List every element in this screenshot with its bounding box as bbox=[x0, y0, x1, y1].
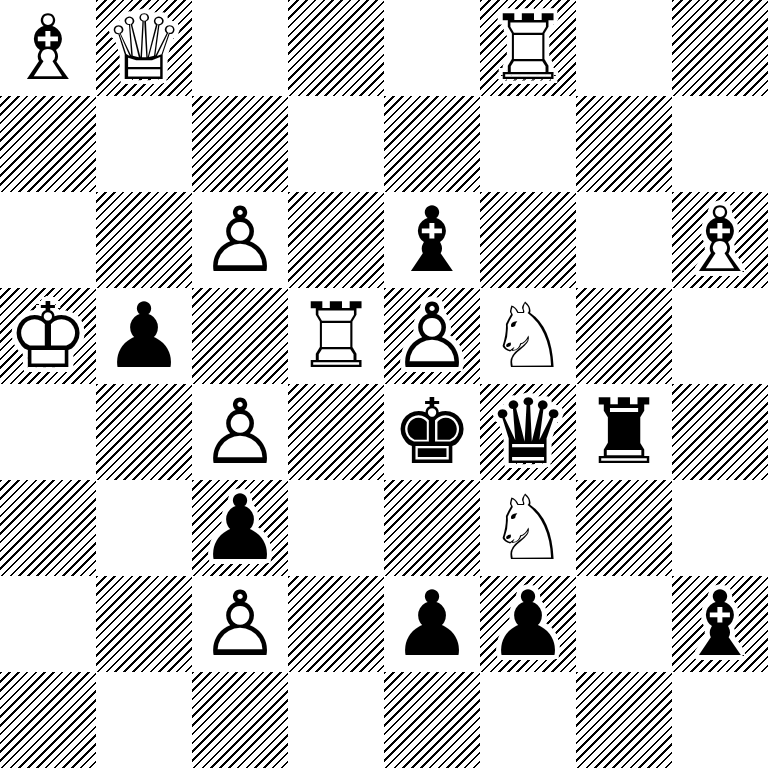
white-knight-piece: ♘ bbox=[480, 288, 576, 384]
white-bishop-piece: ♗ bbox=[672, 192, 768, 288]
square-d7[interactable] bbox=[288, 96, 384, 192]
square-a8[interactable]: ♝♗ bbox=[0, 0, 96, 96]
square-h1[interactable] bbox=[672, 672, 768, 768]
square-d1[interactable] bbox=[288, 672, 384, 768]
black-queen-piece: ♛ bbox=[480, 384, 576, 480]
white-pawn-piece: ♙ bbox=[192, 192, 288, 288]
black-pawn-piece: ♟ bbox=[96, 288, 192, 384]
square-d6[interactable] bbox=[288, 192, 384, 288]
square-g3[interactable] bbox=[576, 480, 672, 576]
black-bishop-halo: ♝ bbox=[672, 576, 768, 672]
white-bishop-halo: ♝ bbox=[0, 0, 96, 96]
square-c4[interactable]: ♟♙ bbox=[192, 384, 288, 480]
square-g1[interactable] bbox=[576, 672, 672, 768]
square-b2[interactable] bbox=[96, 576, 192, 672]
square-a4[interactable] bbox=[0, 384, 96, 480]
black-king-halo: ♚ bbox=[384, 384, 480, 480]
square-h6[interactable]: ♝♗ bbox=[672, 192, 768, 288]
square-c3[interactable]: ♟♟ bbox=[192, 480, 288, 576]
square-b8[interactable]: ♛♕ bbox=[96, 0, 192, 96]
square-f8[interactable]: ♜♖ bbox=[480, 0, 576, 96]
white-pawn-piece: ♙ bbox=[384, 288, 480, 384]
square-h5[interactable] bbox=[672, 288, 768, 384]
square-d4[interactable] bbox=[288, 384, 384, 480]
square-g5[interactable] bbox=[576, 288, 672, 384]
square-a7[interactable] bbox=[0, 96, 96, 192]
square-c7[interactable] bbox=[192, 96, 288, 192]
square-f4[interactable]: ♛♛ bbox=[480, 384, 576, 480]
white-pawn-halo: ♟ bbox=[192, 192, 288, 288]
square-g4[interactable]: ♜♜ bbox=[576, 384, 672, 480]
square-e3[interactable] bbox=[384, 480, 480, 576]
square-b5[interactable]: ♟♟ bbox=[96, 288, 192, 384]
black-pawn-piece: ♟ bbox=[384, 576, 480, 672]
square-b6[interactable] bbox=[96, 192, 192, 288]
white-pawn-halo: ♟ bbox=[384, 288, 480, 384]
white-pawn-piece: ♙ bbox=[192, 384, 288, 480]
white-rook-piece: ♖ bbox=[288, 288, 384, 384]
square-f3[interactable]: ♞♘ bbox=[480, 480, 576, 576]
black-pawn-halo: ♟ bbox=[384, 576, 480, 672]
white-knight-halo: ♞ bbox=[480, 288, 576, 384]
square-c6[interactable]: ♟♙ bbox=[192, 192, 288, 288]
white-rook-halo: ♜ bbox=[480, 0, 576, 96]
black-queen-halo: ♛ bbox=[480, 384, 576, 480]
white-rook-piece: ♖ bbox=[480, 0, 576, 96]
square-e7[interactable] bbox=[384, 96, 480, 192]
white-queen-halo: ♛ bbox=[96, 0, 192, 96]
square-c1[interactable] bbox=[192, 672, 288, 768]
white-knight-halo: ♞ bbox=[480, 480, 576, 576]
white-knight-piece: ♘ bbox=[480, 480, 576, 576]
white-king-piece: ♔ bbox=[0, 288, 96, 384]
square-b4[interactable] bbox=[96, 384, 192, 480]
square-a6[interactable] bbox=[0, 192, 96, 288]
black-pawn-halo: ♟ bbox=[96, 288, 192, 384]
square-d3[interactable] bbox=[288, 480, 384, 576]
square-a5[interactable]: ♚♔ bbox=[0, 288, 96, 384]
black-rook-piece: ♜ bbox=[576, 384, 672, 480]
square-d2[interactable] bbox=[288, 576, 384, 672]
square-e8[interactable] bbox=[384, 0, 480, 96]
square-g7[interactable] bbox=[576, 96, 672, 192]
black-bishop-halo: ♝ bbox=[384, 192, 480, 288]
square-g6[interactable] bbox=[576, 192, 672, 288]
square-a1[interactable] bbox=[0, 672, 96, 768]
black-bishop-piece: ♝ bbox=[672, 576, 768, 672]
square-e2[interactable]: ♟♟ bbox=[384, 576, 480, 672]
black-king-piece: ♚ bbox=[384, 384, 480, 480]
square-h7[interactable] bbox=[672, 96, 768, 192]
white-king-halo: ♚ bbox=[0, 288, 96, 384]
square-d5[interactable]: ♜♖ bbox=[288, 288, 384, 384]
square-d8[interactable] bbox=[288, 0, 384, 96]
black-pawn-halo: ♟ bbox=[480, 576, 576, 672]
black-bishop-piece: ♝ bbox=[384, 192, 480, 288]
square-g8[interactable] bbox=[576, 0, 672, 96]
square-e4[interactable]: ♚♚ bbox=[384, 384, 480, 480]
square-h8[interactable] bbox=[672, 0, 768, 96]
white-pawn-piece: ♙ bbox=[192, 576, 288, 672]
square-h3[interactable] bbox=[672, 480, 768, 576]
square-b7[interactable] bbox=[96, 96, 192, 192]
square-f7[interactable] bbox=[480, 96, 576, 192]
square-c2[interactable]: ♟♙ bbox=[192, 576, 288, 672]
square-f5[interactable]: ♞♘ bbox=[480, 288, 576, 384]
white-bishop-halo: ♝ bbox=[672, 192, 768, 288]
square-e6[interactable]: ♝♝ bbox=[384, 192, 480, 288]
white-queen-piece: ♕ bbox=[96, 0, 192, 96]
square-h4[interactable] bbox=[672, 384, 768, 480]
square-h2[interactable]: ♝♝ bbox=[672, 576, 768, 672]
white-bishop-piece: ♗ bbox=[0, 0, 96, 96]
square-g2[interactable] bbox=[576, 576, 672, 672]
black-pawn-piece: ♟ bbox=[192, 480, 288, 576]
square-a2[interactable] bbox=[0, 576, 96, 672]
square-e5[interactable]: ♟♙ bbox=[384, 288, 480, 384]
chess-board: ♝♗♛♕♜♖♟♙♝♝♝♗♚♔♟♟♜♖♟♙♞♘♟♙♚♚♛♛♜♜♟♟♞♘♟♙♟♟♟♟… bbox=[0, 0, 768, 768]
black-pawn-piece: ♟ bbox=[480, 576, 576, 672]
square-b1[interactable] bbox=[96, 672, 192, 768]
square-e1[interactable] bbox=[384, 672, 480, 768]
square-f2[interactable]: ♟♟ bbox=[480, 576, 576, 672]
square-b3[interactable] bbox=[96, 480, 192, 576]
white-pawn-halo: ♟ bbox=[192, 576, 288, 672]
square-f1[interactable] bbox=[480, 672, 576, 768]
square-c5[interactable] bbox=[192, 288, 288, 384]
black-pawn-halo: ♟ bbox=[192, 480, 288, 576]
white-rook-halo: ♜ bbox=[288, 288, 384, 384]
black-rook-halo: ♜ bbox=[576, 384, 672, 480]
square-f6[interactable] bbox=[480, 192, 576, 288]
square-a3[interactable] bbox=[0, 480, 96, 576]
square-c8[interactable] bbox=[192, 0, 288, 96]
white-pawn-halo: ♟ bbox=[192, 384, 288, 480]
